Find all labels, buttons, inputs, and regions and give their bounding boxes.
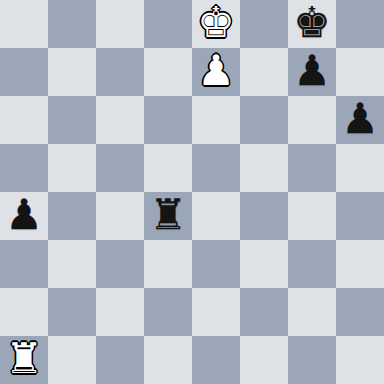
square-h8[interactable]	[336, 0, 384, 48]
square-e6[interactable]	[192, 96, 240, 144]
square-a8[interactable]	[0, 0, 48, 48]
square-c4[interactable]	[96, 192, 144, 240]
black-pawn-piece[interactable]: ♟	[5, 191, 43, 239]
square-b6[interactable]	[48, 96, 96, 144]
square-b4[interactable]	[48, 192, 96, 240]
square-b3[interactable]	[48, 240, 96, 288]
square-e3[interactable]	[192, 240, 240, 288]
square-e1[interactable]	[192, 336, 240, 384]
square-a7[interactable]	[0, 48, 48, 96]
square-d6[interactable]	[144, 96, 192, 144]
square-f6[interactable]	[240, 96, 288, 144]
square-c8[interactable]	[96, 0, 144, 48]
square-a2[interactable]	[0, 288, 48, 336]
square-d7[interactable]	[144, 48, 192, 96]
square-c5[interactable]	[96, 144, 144, 192]
square-f8[interactable]	[240, 0, 288, 48]
square-d8[interactable]	[144, 0, 192, 48]
white-king-piece[interactable]: ♚	[197, 0, 235, 47]
square-e4[interactable]	[192, 192, 240, 240]
white-pawn-piece[interactable]: ♟	[197, 47, 235, 95]
square-d1[interactable]	[144, 336, 192, 384]
square-h1[interactable]	[336, 336, 384, 384]
square-e2[interactable]	[192, 288, 240, 336]
square-g7[interactable]: ♟	[288, 48, 336, 96]
square-c3[interactable]	[96, 240, 144, 288]
square-b1[interactable]	[48, 336, 96, 384]
square-f7[interactable]	[240, 48, 288, 96]
square-f3[interactable]	[240, 240, 288, 288]
square-f4[interactable]	[240, 192, 288, 240]
square-g6[interactable]	[288, 96, 336, 144]
black-king-piece[interactable]: ♚	[293, 0, 331, 47]
square-e8[interactable]: ♚	[192, 0, 240, 48]
square-b8[interactable]	[48, 0, 96, 48]
square-a4[interactable]: ♟	[0, 192, 48, 240]
square-c7[interactable]	[96, 48, 144, 96]
black-pawn-piece[interactable]: ♟	[293, 47, 331, 95]
square-b7[interactable]	[48, 48, 96, 96]
square-a6[interactable]	[0, 96, 48, 144]
square-d4[interactable]: ♜	[144, 192, 192, 240]
white-rook-piece[interactable]: ♜	[5, 335, 43, 383]
square-d5[interactable]	[144, 144, 192, 192]
square-g3[interactable]	[288, 240, 336, 288]
square-h4[interactable]	[336, 192, 384, 240]
square-f5[interactable]	[240, 144, 288, 192]
square-g5[interactable]	[288, 144, 336, 192]
square-b5[interactable]	[48, 144, 96, 192]
square-g1[interactable]	[288, 336, 336, 384]
square-b2[interactable]	[48, 288, 96, 336]
square-c6[interactable]	[96, 96, 144, 144]
square-g2[interactable]	[288, 288, 336, 336]
square-d2[interactable]	[144, 288, 192, 336]
square-f2[interactable]	[240, 288, 288, 336]
square-a3[interactable]	[0, 240, 48, 288]
black-rook-piece[interactable]: ♜	[149, 191, 187, 239]
square-h5[interactable]	[336, 144, 384, 192]
square-e7[interactable]: ♟	[192, 48, 240, 96]
square-a5[interactable]	[0, 144, 48, 192]
square-h3[interactable]	[336, 240, 384, 288]
square-h6[interactable]: ♟	[336, 96, 384, 144]
square-c2[interactable]	[96, 288, 144, 336]
square-h7[interactable]	[336, 48, 384, 96]
square-e5[interactable]	[192, 144, 240, 192]
chess-board: ♚♚♟♟♟♟♜♜	[0, 0, 384, 384]
black-pawn-piece[interactable]: ♟	[341, 95, 379, 143]
square-c1[interactable]	[96, 336, 144, 384]
square-f1[interactable]	[240, 336, 288, 384]
square-d3[interactable]	[144, 240, 192, 288]
square-g8[interactable]: ♚	[288, 0, 336, 48]
square-g4[interactable]	[288, 192, 336, 240]
square-h2[interactable]	[336, 288, 384, 336]
square-a1[interactable]: ♜	[0, 336, 48, 384]
